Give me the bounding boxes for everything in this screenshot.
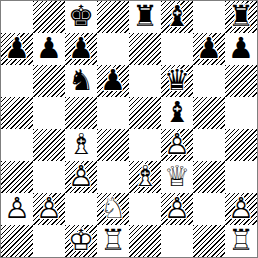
square-f3[interactable]: ♛♕ [161,161,193,193]
piece-black-pawn: ♟♟ [225,33,257,65]
square-a7[interactable]: ♟♟ [1,33,33,65]
square-d5[interactable] [97,97,129,129]
square-g6[interactable] [193,65,225,97]
square-a8[interactable] [1,1,33,33]
piece-black-rook: ♜♜ [129,1,161,33]
piece-white-knight: ♞♘ [97,193,129,225]
square-g1[interactable] [193,225,225,257]
square-a5[interactable] [1,97,33,129]
square-e2[interactable] [129,193,161,225]
square-c7[interactable]: ♟♟ [65,33,97,65]
square-h8[interactable]: ♜♜ [225,1,257,33]
piece-black-queen: ♛♛ [161,65,193,97]
square-g2[interactable] [193,193,225,225]
square-f8[interactable]: ♝♝ [161,1,193,33]
square-d7[interactable] [97,33,129,65]
square-c5[interactable] [65,97,97,129]
square-b4[interactable] [33,129,65,161]
square-f6[interactable]: ♛♛ [161,65,193,97]
square-c1[interactable]: ♚♔ [65,225,97,257]
piece-white-bishop: ♝♗ [129,161,161,193]
piece-white-pawn: ♟♙ [65,161,97,193]
piece-black-pawn: ♟♟ [97,65,129,97]
square-h5[interactable] [225,97,257,129]
square-b8[interactable] [33,1,65,33]
square-a1[interactable] [1,225,33,257]
square-e1[interactable] [129,225,161,257]
chess-board: ♚♚♜♜♝♝♜♜♟♟♟♟♟♟♟♟♟♟♞♞♟♟♛♛♝♝♝♗♟♙♟♙♝♗♛♕♟♙♟♙… [0,0,258,258]
square-f1[interactable] [161,225,193,257]
piece-black-pawn: ♟♟ [65,33,97,65]
piece-white-pawn: ♟♙ [161,193,193,225]
square-e3[interactable]: ♝♗ [129,161,161,193]
piece-white-pawn: ♟♙ [33,193,65,225]
square-g4[interactable] [193,129,225,161]
piece-black-pawn: ♟♟ [193,33,225,65]
square-d2[interactable]: ♞♘ [97,193,129,225]
piece-white-king: ♚♔ [65,225,97,257]
square-b2[interactable]: ♟♙ [33,193,65,225]
square-b6[interactable] [33,65,65,97]
square-a4[interactable] [1,129,33,161]
square-b7[interactable]: ♟♟ [33,33,65,65]
square-d6[interactable]: ♟♟ [97,65,129,97]
square-a3[interactable] [1,161,33,193]
chess-diagram: ♚♚♜♜♝♝♜♜♟♟♟♟♟♟♟♟♟♟♞♞♟♟♛♛♝♝♝♗♟♙♟♙♝♗♛♕♟♙♟♙… [0,0,258,258]
piece-black-bishop: ♝♝ [161,97,193,129]
square-e5[interactable] [129,97,161,129]
piece-black-pawn: ♟♟ [1,33,33,65]
square-b1[interactable] [33,225,65,257]
square-e7[interactable] [129,33,161,65]
square-h1[interactable]: ♜♖ [225,225,257,257]
piece-white-rook: ♜♖ [97,225,129,257]
square-g7[interactable]: ♟♟ [193,33,225,65]
square-c2[interactable] [65,193,97,225]
piece-black-pawn: ♟♟ [33,33,65,65]
piece-white-pawn: ♟♙ [1,193,33,225]
square-g8[interactable] [193,1,225,33]
piece-white-pawn: ♟♙ [161,129,193,161]
piece-black-king: ♚♚ [65,1,97,33]
square-c3[interactable]: ♟♙ [65,161,97,193]
square-e8[interactable]: ♜♜ [129,1,161,33]
square-d1[interactable]: ♜♖ [97,225,129,257]
square-h6[interactable] [225,65,257,97]
square-e4[interactable] [129,129,161,161]
square-f2[interactable]: ♟♙ [161,193,193,225]
square-c4[interactable]: ♝♗ [65,129,97,161]
square-h2[interactable]: ♟♙ [225,193,257,225]
piece-black-rook: ♜♜ [225,1,257,33]
square-a2[interactable]: ♟♙ [1,193,33,225]
piece-black-bishop: ♝♝ [161,1,193,33]
square-e6[interactable] [129,65,161,97]
square-f4[interactable]: ♟♙ [161,129,193,161]
square-d8[interactable] [97,1,129,33]
square-a6[interactable] [1,65,33,97]
square-h7[interactable]: ♟♟ [225,33,257,65]
square-g3[interactable] [193,161,225,193]
square-b5[interactable] [33,97,65,129]
square-d3[interactable] [97,161,129,193]
square-d4[interactable] [97,129,129,161]
piece-black-knight: ♞♞ [65,65,97,97]
square-c8[interactable]: ♚♚ [65,1,97,33]
square-f7[interactable] [161,33,193,65]
piece-white-queen: ♛♕ [161,161,193,193]
square-b3[interactable] [33,161,65,193]
piece-white-rook: ♜♖ [225,225,257,257]
square-f5[interactable]: ♝♝ [161,97,193,129]
piece-white-bishop: ♝♗ [65,129,97,161]
square-g5[interactable] [193,97,225,129]
piece-white-pawn: ♟♙ [225,193,257,225]
square-c6[interactable]: ♞♞ [65,65,97,97]
square-h3[interactable] [225,161,257,193]
square-h4[interactable] [225,129,257,161]
